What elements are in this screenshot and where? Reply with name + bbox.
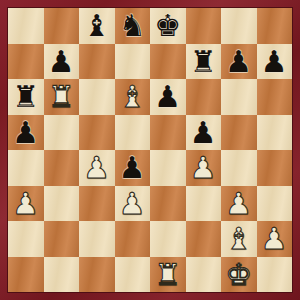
square-a2[interactable] [8, 221, 44, 257]
white-pawn[interactable]: ♟ [83, 150, 110, 185]
square-e6[interactable]: ♟ [150, 79, 186, 115]
square-g1[interactable]: ♚ [221, 257, 257, 293]
square-f5[interactable]: ♟ [186, 115, 222, 151]
square-h5[interactable] [257, 115, 293, 151]
square-a8[interactable] [8, 8, 44, 44]
square-d2[interactable] [115, 221, 151, 257]
white-bishop[interactable]: ♝ [225, 221, 252, 256]
square-f7[interactable]: ♜ [186, 44, 222, 80]
white-pawn[interactable]: ♟ [261, 221, 288, 256]
white-king[interactable]: ♚ [225, 257, 252, 292]
square-c5[interactable] [79, 115, 115, 151]
square-h8[interactable] [257, 8, 293, 44]
square-e2[interactable] [150, 221, 186, 257]
square-h6[interactable] [257, 79, 293, 115]
square-d4[interactable]: ♟ [115, 150, 151, 186]
square-b2[interactable] [44, 221, 80, 257]
square-f3[interactable] [186, 186, 222, 222]
black-rook[interactable]: ♜ [190, 44, 217, 79]
square-b3[interactable] [44, 186, 80, 222]
square-h4[interactable] [257, 150, 293, 186]
black-knight[interactable]: ♞ [119, 8, 146, 43]
square-d3[interactable]: ♟ [115, 186, 151, 222]
white-rook[interactable]: ♜ [48, 79, 75, 114]
black-pawn[interactable]: ♟ [261, 44, 288, 79]
square-f6[interactable] [186, 79, 222, 115]
black-pawn[interactable]: ♟ [119, 150, 146, 185]
square-e7[interactable] [150, 44, 186, 80]
black-rook[interactable]: ♜ [12, 79, 39, 114]
square-g7[interactable]: ♟ [221, 44, 257, 80]
square-c7[interactable] [79, 44, 115, 80]
square-e4[interactable] [150, 150, 186, 186]
square-g6[interactable] [221, 79, 257, 115]
square-d7[interactable] [115, 44, 151, 80]
board-frame: ♝♞♚♟♜♟♟♜♜♝♟♟♟♟♟♟♟♟♟♝♟♜♚ [0, 0, 300, 300]
black-pawn[interactable]: ♟ [154, 79, 181, 114]
square-d8[interactable]: ♞ [115, 8, 151, 44]
square-a3[interactable]: ♟ [8, 186, 44, 222]
square-a7[interactable] [8, 44, 44, 80]
square-f2[interactable] [186, 221, 222, 257]
square-f4[interactable]: ♟ [186, 150, 222, 186]
black-bishop[interactable]: ♝ [83, 8, 110, 43]
square-b6[interactable]: ♜ [44, 79, 80, 115]
square-e5[interactable] [150, 115, 186, 151]
square-a4[interactable] [8, 150, 44, 186]
square-d1[interactable] [115, 257, 151, 293]
square-c6[interactable] [79, 79, 115, 115]
square-e8[interactable]: ♚ [150, 8, 186, 44]
square-g2[interactable]: ♝ [221, 221, 257, 257]
square-h7[interactable]: ♟ [257, 44, 293, 80]
square-c4[interactable]: ♟ [79, 150, 115, 186]
square-a5[interactable]: ♟ [8, 115, 44, 151]
black-pawn[interactable]: ♟ [225, 44, 252, 79]
square-g8[interactable] [221, 8, 257, 44]
square-g5[interactable] [221, 115, 257, 151]
black-pawn[interactable]: ♟ [12, 115, 39, 150]
black-pawn[interactable]: ♟ [48, 44, 75, 79]
square-b1[interactable] [44, 257, 80, 293]
black-pawn[interactable]: ♟ [190, 115, 217, 150]
square-b8[interactable] [44, 8, 80, 44]
white-pawn[interactable]: ♟ [190, 150, 217, 185]
square-a6[interactable]: ♜ [8, 79, 44, 115]
black-king[interactable]: ♚ [154, 8, 181, 43]
square-h1[interactable] [257, 257, 293, 293]
white-pawn[interactable]: ♟ [119, 186, 146, 221]
square-d5[interactable] [115, 115, 151, 151]
square-b4[interactable] [44, 150, 80, 186]
white-rook[interactable]: ♜ [154, 257, 181, 292]
white-pawn[interactable]: ♟ [225, 186, 252, 221]
square-c1[interactable] [79, 257, 115, 293]
chess-board: ♝♞♚♟♜♟♟♜♜♝♟♟♟♟♟♟♟♟♟♝♟♜♚ [8, 8, 292, 292]
square-e1[interactable]: ♜ [150, 257, 186, 293]
square-e3[interactable] [150, 186, 186, 222]
square-h3[interactable] [257, 186, 293, 222]
square-b7[interactable]: ♟ [44, 44, 80, 80]
square-c3[interactable] [79, 186, 115, 222]
square-a1[interactable] [8, 257, 44, 293]
square-h2[interactable]: ♟ [257, 221, 293, 257]
square-d6[interactable]: ♝ [115, 79, 151, 115]
square-c8[interactable]: ♝ [79, 8, 115, 44]
white-pawn[interactable]: ♟ [12, 186, 39, 221]
square-f8[interactable] [186, 8, 222, 44]
square-c2[interactable] [79, 221, 115, 257]
square-g3[interactable]: ♟ [221, 186, 257, 222]
square-b5[interactable] [44, 115, 80, 151]
square-g4[interactable] [221, 150, 257, 186]
white-bishop[interactable]: ♝ [119, 79, 146, 114]
square-f1[interactable] [186, 257, 222, 293]
